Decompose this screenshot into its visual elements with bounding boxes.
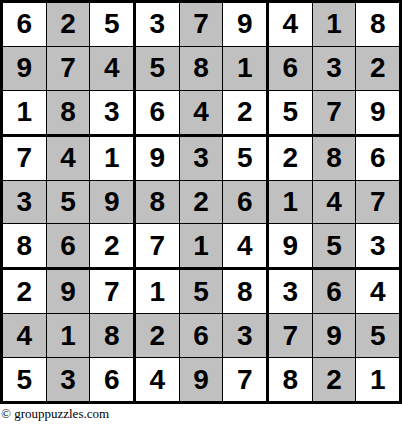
sudoku-cell-r2c7: 6 bbox=[269, 47, 312, 90]
sudoku-cell-r7c4: 1 bbox=[136, 270, 179, 313]
sudoku-cell-r8c7: 7 bbox=[269, 314, 312, 357]
sudoku-cell-r8c9: 5 bbox=[356, 314, 399, 357]
sudoku-cell-r9c6: 7 bbox=[223, 358, 266, 401]
sudoku-cell-r2c4: 5 bbox=[136, 47, 179, 90]
sudoku-box-2: 379581642 bbox=[136, 3, 266, 134]
sudoku-cell-r1c1: 6 bbox=[3, 3, 46, 46]
sudoku-cell-r1c9: 8 bbox=[356, 3, 399, 46]
sudoku-box-1: 625974183 bbox=[3, 3, 133, 134]
sudoku-cell-r9c5: 9 bbox=[180, 358, 223, 401]
sudoku-cell-r6c3: 2 bbox=[90, 224, 133, 267]
sudoku-cell-r5c8: 4 bbox=[313, 181, 356, 224]
sudoku-cell-r6c4: 7 bbox=[136, 224, 179, 267]
sudoku-cell-r7c7: 3 bbox=[269, 270, 312, 313]
sudoku-cell-r7c3: 7 bbox=[90, 270, 133, 313]
sudoku-cell-r6c9: 3 bbox=[356, 224, 399, 267]
sudoku-cell-r6c1: 8 bbox=[3, 224, 46, 267]
sudoku-cell-r9c7: 8 bbox=[269, 358, 312, 401]
sudoku-cell-r6c8: 5 bbox=[313, 224, 356, 267]
sudoku-cell-r4c7: 2 bbox=[269, 137, 312, 180]
sudoku-cell-r4c2: 4 bbox=[47, 137, 90, 180]
sudoku-cell-r2c6: 1 bbox=[223, 47, 266, 90]
sudoku-cell-r3c5: 4 bbox=[180, 91, 223, 134]
sudoku-cell-r9c3: 6 bbox=[90, 358, 133, 401]
sudoku-cell-r2c8: 3 bbox=[313, 47, 356, 90]
sudoku-cell-r3c4: 6 bbox=[136, 91, 179, 134]
sudoku-cell-r5c9: 7 bbox=[356, 181, 399, 224]
puzzle-page: 6259741833795816424186325797413598629358… bbox=[0, 0, 402, 424]
sudoku-cell-r5c4: 8 bbox=[136, 181, 179, 224]
sudoku-cell-r9c9: 1 bbox=[356, 358, 399, 401]
sudoku-box-3: 418632579 bbox=[269, 3, 399, 134]
sudoku-cell-r1c7: 4 bbox=[269, 3, 312, 46]
sudoku-cell-r8c5: 6 bbox=[180, 314, 223, 357]
copyright-text: © grouppuzzles.com bbox=[1, 406, 109, 422]
sudoku-box-5: 935826714 bbox=[136, 137, 266, 268]
sudoku-cell-r8c2: 1 bbox=[47, 314, 90, 357]
sudoku-cell-r9c4: 4 bbox=[136, 358, 179, 401]
sudoku-cell-r1c8: 1 bbox=[313, 3, 356, 46]
sudoku-cell-r5c1: 3 bbox=[3, 181, 46, 224]
sudoku-cell-r2c5: 8 bbox=[180, 47, 223, 90]
sudoku-cell-r6c7: 9 bbox=[269, 224, 312, 267]
sudoku-cell-r8c3: 8 bbox=[90, 314, 133, 357]
sudoku-cell-r9c2: 3 bbox=[47, 358, 90, 401]
sudoku-cell-r4c6: 5 bbox=[223, 137, 266, 180]
sudoku-cell-r6c6: 4 bbox=[223, 224, 266, 267]
sudoku-cell-r8c1: 4 bbox=[3, 314, 46, 357]
sudoku-cell-r7c9: 4 bbox=[356, 270, 399, 313]
sudoku-cell-r4c8: 8 bbox=[313, 137, 356, 180]
sudoku-cell-r2c3: 4 bbox=[90, 47, 133, 90]
copyright-footer: © grouppuzzles.com bbox=[0, 404, 402, 424]
sudoku-cell-r7c2: 9 bbox=[47, 270, 90, 313]
sudoku-cell-r5c5: 2 bbox=[180, 181, 223, 224]
sudoku-cell-r6c2: 6 bbox=[47, 224, 90, 267]
sudoku-cell-r9c8: 2 bbox=[313, 358, 356, 401]
sudoku-cell-r8c8: 9 bbox=[313, 314, 356, 357]
sudoku-cell-r3c8: 7 bbox=[313, 91, 356, 134]
sudoku-cell-r5c3: 9 bbox=[90, 181, 133, 224]
sudoku-cell-r7c6: 8 bbox=[223, 270, 266, 313]
sudoku-cell-r6c5: 1 bbox=[180, 224, 223, 267]
sudoku-cell-r1c3: 5 bbox=[90, 3, 133, 46]
sudoku-cell-r3c9: 9 bbox=[356, 91, 399, 134]
sudoku-cell-r5c6: 6 bbox=[223, 181, 266, 224]
sudoku-box-4: 741359862 bbox=[3, 137, 133, 268]
sudoku-cell-r3c7: 5 bbox=[269, 91, 312, 134]
sudoku-box-7: 297418536 bbox=[3, 270, 133, 401]
sudoku-cell-r7c5: 5 bbox=[180, 270, 223, 313]
sudoku-cell-r4c9: 6 bbox=[356, 137, 399, 180]
sudoku-cell-r3c1: 1 bbox=[3, 91, 46, 134]
sudoku-cell-r2c9: 2 bbox=[356, 47, 399, 90]
sudoku-cell-r1c2: 2 bbox=[47, 3, 90, 46]
sudoku-cell-r4c4: 9 bbox=[136, 137, 179, 180]
sudoku-cell-r1c4: 3 bbox=[136, 3, 179, 46]
sudoku-box-6: 286147953 bbox=[269, 137, 399, 268]
sudoku-box-8: 158263497 bbox=[136, 270, 266, 401]
sudoku-cell-r9c1: 5 bbox=[3, 358, 46, 401]
sudoku-cell-r1c5: 7 bbox=[180, 3, 223, 46]
sudoku-cell-r5c2: 5 bbox=[47, 181, 90, 224]
sudoku-cell-r5c7: 1 bbox=[269, 181, 312, 224]
sudoku-cell-r2c2: 7 bbox=[47, 47, 90, 90]
sudoku-cell-r7c1: 2 bbox=[3, 270, 46, 313]
sudoku-board: 6259741833795816424186325797413598629358… bbox=[0, 0, 402, 404]
sudoku-cell-r2c1: 9 bbox=[3, 47, 46, 90]
sudoku-cell-r4c3: 1 bbox=[90, 137, 133, 180]
sudoku-cell-r8c4: 2 bbox=[136, 314, 179, 357]
sudoku-cell-r8c6: 3 bbox=[223, 314, 266, 357]
sudoku-cell-r7c8: 6 bbox=[313, 270, 356, 313]
sudoku-cell-r3c2: 8 bbox=[47, 91, 90, 134]
sudoku-box-9: 364795821 bbox=[269, 270, 399, 401]
sudoku-cell-r1c6: 9 bbox=[223, 3, 266, 46]
sudoku-cell-r4c5: 3 bbox=[180, 137, 223, 180]
sudoku-cell-r4c1: 7 bbox=[3, 137, 46, 180]
sudoku-cell-r3c6: 2 bbox=[223, 91, 266, 134]
sudoku-cell-r3c3: 3 bbox=[90, 91, 133, 134]
